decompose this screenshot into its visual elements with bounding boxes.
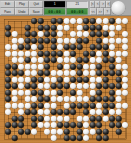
black-stone — [76, 63, 82, 69]
intersection[interactable] — [63, 31, 69, 37]
black-stone — [50, 109, 56, 115]
white-stone — [83, 122, 89, 128]
intersection[interactable] — [63, 89, 69, 95]
black-stone — [24, 31, 30, 37]
white-stone — [11, 44, 17, 50]
black-stone — [18, 122, 24, 128]
black-stone — [96, 44, 102, 50]
black-stone — [31, 37, 37, 43]
pass-button[interactable]: Pass — [1, 8, 15, 15]
black-stone — [50, 18, 56, 24]
white-stone — [122, 76, 128, 82]
white-stone — [70, 37, 76, 43]
black-stone — [37, 24, 43, 30]
black-stone — [76, 76, 82, 82]
white-stone — [50, 128, 56, 134]
black-stone — [11, 83, 17, 89]
intersection[interactable] — [102, 89, 108, 95]
intersection[interactable] — [5, 37, 11, 43]
black-stone — [83, 76, 89, 82]
white-stone — [109, 44, 115, 50]
black-stone — [109, 70, 115, 76]
white-stone — [109, 24, 115, 30]
white-stone — [57, 24, 63, 30]
white-stone — [76, 24, 82, 30]
intersection[interactable] — [37, 128, 43, 134]
white-stone — [5, 102, 11, 108]
white-stone — [76, 115, 82, 121]
white-stone — [24, 63, 30, 69]
edit-button[interactable]: Edit — [1, 1, 15, 8]
black-stone — [24, 128, 30, 134]
white-stone — [122, 31, 128, 37]
white-stone — [57, 44, 63, 50]
quit-button[interactable]: Quit — [29, 1, 43, 8]
white-stone — [70, 31, 76, 37]
black-stone — [37, 44, 43, 50]
black-stone — [102, 31, 108, 37]
white-stone — [89, 83, 95, 89]
black-stone — [89, 102, 95, 108]
white-stone — [109, 109, 115, 115]
black-stone — [5, 24, 11, 30]
white-stone — [89, 128, 95, 134]
intersection[interactable] — [83, 44, 89, 50]
intersection[interactable] — [70, 128, 76, 134]
white-stone — [83, 135, 89, 141]
white-stone — [11, 37, 17, 43]
nav-forward10-icon[interactable]: >> — [97, 8, 103, 15]
intersection[interactable] — [11, 18, 17, 24]
intersection[interactable] — [5, 57, 11, 63]
white-stone — [122, 50, 128, 56]
help-button[interactable]: ? — [104, 8, 110, 15]
white-stone — [70, 57, 76, 63]
black-stone — [89, 115, 95, 121]
black-stone — [109, 115, 115, 121]
white-stone — [115, 63, 121, 69]
white-clock: 00:00 — [67, 8, 88, 15]
white-stone — [37, 109, 43, 115]
white-stone — [63, 24, 69, 30]
intersection[interactable] — [44, 44, 50, 50]
white-stone — [115, 57, 121, 63]
black-stone — [115, 122, 121, 128]
intersection[interactable] — [5, 115, 11, 121]
black-stone — [31, 109, 37, 115]
black-stone — [83, 24, 89, 30]
black-stone — [63, 109, 69, 115]
white-stone — [57, 31, 63, 37]
black-stone — [109, 57, 115, 63]
undo-button[interactable]: Undo — [15, 8, 29, 15]
intersection[interactable] — [18, 31, 24, 37]
white-stone — [109, 31, 115, 37]
white-stone — [18, 37, 24, 43]
intersection[interactable] — [122, 57, 128, 63]
intersection[interactable] — [24, 115, 30, 121]
black-stone — [109, 96, 115, 102]
black-stone — [50, 37, 56, 43]
black-stone — [115, 128, 121, 134]
black-stone — [63, 128, 69, 134]
white-stone — [50, 102, 56, 108]
white-stone — [57, 115, 63, 121]
black-stone — [57, 89, 63, 95]
white-stone — [109, 37, 115, 43]
white-stone — [70, 96, 76, 102]
white-stone — [83, 128, 89, 134]
black-stone — [31, 76, 37, 82]
white-stone — [76, 89, 82, 95]
intersection[interactable] — [115, 31, 121, 37]
white-stone — [37, 57, 43, 63]
intersection[interactable] — [115, 44, 121, 50]
black-stone — [57, 63, 63, 69]
intersection[interactable] — [18, 135, 24, 141]
intersection[interactable] — [18, 96, 24, 102]
black-stone — [89, 96, 95, 102]
black-stone — [57, 109, 63, 115]
intersection[interactable] — [76, 50, 82, 56]
black-stone — [89, 24, 95, 30]
black-stone — [18, 44, 24, 50]
white-stone — [76, 31, 82, 37]
white-stone — [83, 70, 89, 76]
intersection[interactable] — [24, 122, 30, 128]
white-stone — [18, 50, 24, 56]
black-stone — [96, 115, 102, 121]
black-stone — [89, 18, 95, 24]
white-stone — [44, 102, 50, 108]
white-stone — [115, 96, 121, 102]
white-stone — [122, 18, 128, 24]
black-stone — [115, 83, 121, 89]
black-stone — [31, 102, 37, 108]
white-stone — [96, 76, 102, 82]
intersection[interactable] — [57, 102, 63, 108]
intersection[interactable] — [18, 18, 24, 24]
black-stone — [102, 76, 108, 82]
black-stone — [37, 76, 43, 82]
white-stone — [5, 50, 11, 56]
intersection[interactable] — [122, 135, 128, 141]
black-stone — [57, 76, 63, 82]
intersection[interactable] — [18, 24, 24, 30]
white-stone — [122, 89, 128, 95]
white-stone — [31, 128, 37, 134]
white-stone — [96, 18, 102, 24]
black-stone — [63, 83, 69, 89]
white-stone — [24, 50, 30, 56]
white-stone — [24, 102, 30, 108]
intersection[interactable] — [24, 135, 30, 141]
black-stone — [89, 50, 95, 56]
black-stone — [89, 31, 95, 37]
black-stone — [5, 89, 11, 95]
white-stone — [11, 57, 17, 63]
black-stone — [70, 102, 76, 108]
intersection[interactable] — [102, 122, 108, 128]
play-button[interactable]: Play — [15, 1, 29, 8]
intersection[interactable] — [122, 96, 128, 102]
intersection[interactable] — [70, 24, 76, 30]
white-stone — [115, 89, 121, 95]
white-to-move-stone-indicator — [111, 1, 125, 15]
black-stone — [96, 128, 102, 134]
white-stone — [89, 63, 95, 69]
white-stone — [70, 18, 76, 24]
intersection[interactable] — [11, 24, 17, 30]
white-stone — [63, 63, 69, 69]
black-stone — [31, 31, 37, 37]
white-stone — [37, 63, 43, 69]
white-stone — [57, 70, 63, 76]
intersection[interactable] — [11, 109, 17, 115]
white-stone — [18, 102, 24, 108]
black-stone — [31, 122, 37, 128]
white-stone — [63, 115, 69, 121]
white-stone — [50, 135, 56, 141]
black-stone — [18, 128, 24, 134]
intersection[interactable] — [5, 18, 11, 24]
white-stone — [63, 37, 69, 43]
white-stone — [57, 128, 63, 134]
black-stone — [115, 76, 121, 82]
black-stone — [24, 57, 30, 63]
black-stone — [96, 31, 102, 37]
white-stone — [89, 57, 95, 63]
go-client-window: Edit Play Quit Pass Undo Save 1 21 00:00… — [0, 0, 131, 143]
black-stone — [57, 122, 63, 128]
white-stone — [83, 115, 89, 121]
black-stone — [5, 31, 11, 37]
black-stone — [70, 44, 76, 50]
black-stone — [50, 50, 56, 56]
black-stone — [83, 57, 89, 63]
white-stone — [11, 89, 17, 95]
white-stone — [50, 76, 56, 82]
white-stone — [63, 18, 69, 24]
black-stone — [102, 70, 108, 76]
black-stone — [96, 122, 102, 128]
intersection[interactable] — [122, 24, 128, 30]
white-stone — [50, 89, 56, 95]
white-stone — [83, 63, 89, 69]
black-stone — [24, 44, 30, 50]
intersection[interactable] — [102, 63, 108, 69]
black-stone — [102, 57, 108, 63]
white-stone — [57, 96, 63, 102]
intersection[interactable] — [109, 135, 115, 141]
intersection[interactable] — [122, 115, 128, 121]
white-stone — [96, 102, 102, 108]
black-stone — [50, 31, 56, 37]
intersection[interactable] — [89, 135, 95, 141]
white-stone — [18, 76, 24, 82]
intersection[interactable] — [76, 109, 82, 115]
black-stone — [109, 122, 115, 128]
black-stone — [44, 57, 50, 63]
black-stone — [96, 37, 102, 43]
black-stone — [5, 70, 11, 76]
white-stone — [11, 102, 17, 108]
white-stone — [50, 96, 56, 102]
intersection[interactable] — [83, 89, 89, 95]
black-stone — [102, 44, 108, 50]
black-stone — [57, 18, 63, 24]
intersection[interactable] — [37, 135, 43, 141]
white-stone — [115, 50, 121, 56]
white-stone — [37, 122, 43, 128]
black-stone — [102, 135, 108, 141]
intersection[interactable] — [122, 128, 128, 134]
white-stone — [102, 24, 108, 30]
nav-back-icon[interactable]: < — [95, 1, 100, 8]
intersection[interactable] — [44, 135, 50, 141]
white-stone — [83, 31, 89, 37]
nav-first-icon[interactable]: |< — [90, 1, 95, 8]
white-stone — [63, 57, 69, 63]
go-board[interactable] — [0, 16, 131, 143]
black-stone — [37, 96, 43, 102]
white-stone — [24, 89, 30, 95]
white-stone — [31, 70, 37, 76]
intersection[interactable] — [89, 37, 95, 43]
white-stone — [18, 63, 24, 69]
black-stone — [76, 37, 82, 43]
black-stone — [37, 37, 43, 43]
black-stone — [37, 70, 43, 76]
black-stone — [5, 96, 11, 102]
white-stone — [50, 122, 56, 128]
white-stone — [122, 102, 128, 108]
black-stone — [89, 122, 95, 128]
black-stone — [5, 63, 11, 69]
white-stone — [44, 122, 50, 128]
black-stone — [50, 57, 56, 63]
white-stone — [5, 44, 11, 50]
black-stone — [76, 122, 82, 128]
black-stone — [102, 102, 108, 108]
black-stone — [18, 70, 24, 76]
intersection[interactable] — [115, 135, 121, 141]
black-stone — [5, 83, 11, 89]
black-stone — [50, 24, 56, 30]
white-stone — [115, 109, 121, 115]
white-stone — [89, 109, 95, 115]
black-stone — [76, 44, 82, 50]
black-stone — [70, 63, 76, 69]
white-stone — [11, 31, 17, 37]
white-stone — [63, 50, 69, 56]
intersection[interactable] — [24, 18, 30, 24]
intersection[interactable] — [5, 135, 11, 141]
black-stone — [83, 50, 89, 56]
black-stone — [109, 89, 115, 95]
nav-back10-icon[interactable]: << — [90, 8, 96, 15]
intersection[interactable] — [50, 63, 56, 69]
white-stone — [122, 37, 128, 43]
black-stone — [24, 109, 30, 115]
black-clock: 00:00 — [44, 8, 65, 15]
white-stone — [76, 18, 82, 24]
intersection[interactable] — [109, 128, 115, 134]
white-stone — [18, 83, 24, 89]
intersection[interactable] — [122, 109, 128, 115]
white-player-captures: 21 — [67, 1, 88, 8]
black-stone — [70, 50, 76, 56]
intersection[interactable] — [11, 128, 17, 134]
save-button[interactable]: Save — [29, 8, 43, 15]
black-stone — [24, 37, 30, 43]
white-stone — [31, 44, 37, 50]
intersection[interactable] — [109, 76, 115, 82]
intersection[interactable] — [31, 24, 37, 30]
black-stone — [24, 24, 30, 30]
white-stone — [57, 57, 63, 63]
white-stone — [76, 96, 82, 102]
black-stone — [76, 57, 82, 63]
black-stone — [83, 102, 89, 108]
black-stone — [11, 115, 17, 121]
white-stone — [63, 102, 69, 108]
black-stone — [63, 122, 69, 128]
black-stone — [37, 115, 43, 121]
black-stone — [83, 109, 89, 115]
black-stone — [63, 44, 69, 50]
intersection[interactable] — [57, 135, 63, 141]
intersection[interactable] — [44, 18, 50, 24]
white-stone — [44, 128, 50, 134]
white-stone — [44, 76, 50, 82]
nav-forward-icon[interactable]: > — [101, 1, 106, 8]
black-stone — [70, 109, 76, 115]
black-stone — [5, 76, 11, 82]
white-stone — [102, 18, 108, 24]
nav-last-icon[interactable]: >| — [106, 1, 111, 8]
white-stone — [18, 57, 24, 63]
white-stone — [63, 76, 69, 82]
white-stone — [89, 89, 95, 95]
black-stone — [31, 89, 37, 95]
white-stone — [11, 96, 17, 102]
black-stone — [44, 70, 50, 76]
black-stone — [44, 96, 50, 102]
white-stone — [89, 70, 95, 76]
black-stone — [44, 31, 50, 37]
white-stone — [37, 31, 43, 37]
black-stone — [96, 96, 102, 102]
black-stone — [11, 70, 17, 76]
white-stone — [63, 70, 69, 76]
black-stone — [37, 50, 43, 56]
black-stone — [44, 50, 50, 56]
white-stone — [89, 76, 95, 82]
intersection[interactable] — [31, 135, 37, 141]
intersection[interactable] — [70, 115, 76, 121]
black-stone — [76, 135, 82, 141]
black-stone — [57, 83, 63, 89]
white-stone — [44, 115, 50, 121]
black-stone — [11, 135, 17, 141]
white-stone — [102, 37, 108, 43]
black-stone — [70, 122, 76, 128]
white-stone — [31, 50, 37, 56]
white-stone — [24, 96, 30, 102]
white-stone — [115, 37, 121, 43]
white-stone — [24, 70, 30, 76]
